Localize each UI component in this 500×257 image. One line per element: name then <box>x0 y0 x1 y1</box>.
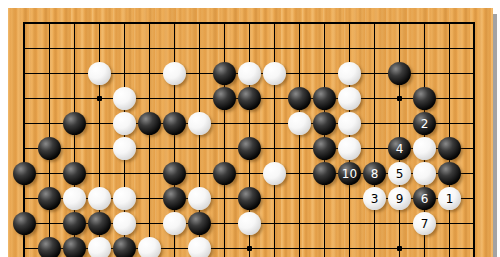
go-board-diagram: 24108539617 <box>0 0 500 257</box>
grid-vertical-line <box>224 22 225 257</box>
black-stone <box>163 112 186 135</box>
black-stone: 10 <box>338 162 361 185</box>
black-stone <box>238 137 261 160</box>
black-stone <box>213 62 236 85</box>
move-number-label: 2 <box>421 118 429 130</box>
white-stone <box>338 87 361 110</box>
black-stone: 4 <box>388 137 411 160</box>
black-stone <box>438 137 461 160</box>
move-number-label: 5 <box>396 168 404 180</box>
black-stone <box>113 237 136 257</box>
white-stone <box>288 112 311 135</box>
grid-horizontal-line <box>23 123 475 124</box>
black-stone <box>313 112 336 135</box>
black-stone <box>38 137 61 160</box>
white-stone <box>113 112 136 135</box>
white-stone <box>113 87 136 110</box>
white-stone <box>88 62 111 85</box>
move-number-label: 8 <box>371 168 379 180</box>
white-stone <box>238 212 261 235</box>
star-point <box>397 246 402 251</box>
star-point <box>247 246 252 251</box>
move-number-label: 3 <box>371 193 379 205</box>
grid-horizontal-line <box>23 22 475 24</box>
black-stone <box>63 212 86 235</box>
grid-vertical-line <box>274 22 275 257</box>
black-stone: 2 <box>413 112 436 135</box>
white-stone <box>188 237 211 257</box>
black-stone <box>213 162 236 185</box>
grid-vertical-line <box>374 22 375 257</box>
white-stone <box>238 62 261 85</box>
black-stone: 8 <box>363 162 386 185</box>
move-number-label: 10 <box>342 168 357 180</box>
white-stone <box>263 62 286 85</box>
move-number-label: 6 <box>421 193 429 205</box>
white-stone <box>413 162 436 185</box>
black-stone <box>188 212 211 235</box>
white-stone <box>63 187 86 210</box>
white-stone <box>138 237 161 257</box>
black-stone <box>38 237 61 257</box>
black-stone <box>438 162 461 185</box>
black-stone <box>313 87 336 110</box>
move-number-label: 9 <box>396 193 404 205</box>
white-stone <box>263 162 286 185</box>
move-number-label: 4 <box>396 143 404 155</box>
white-stone <box>338 137 361 160</box>
black-stone <box>238 187 261 210</box>
black-stone <box>238 87 261 110</box>
star-point <box>397 96 402 101</box>
white-stone: 9 <box>388 187 411 210</box>
white-stone: 5 <box>388 162 411 185</box>
black-stone <box>313 137 336 160</box>
black-stone <box>63 237 86 257</box>
white-stone: 3 <box>363 187 386 210</box>
star-point <box>97 96 102 101</box>
black-stone <box>38 187 61 210</box>
black-stone <box>163 162 186 185</box>
white-stone <box>163 62 186 85</box>
grid-vertical-line <box>149 22 150 257</box>
grid-horizontal-line <box>23 48 475 49</box>
black-stone <box>13 162 36 185</box>
black-stone <box>288 87 311 110</box>
white-stone: 7 <box>413 212 436 235</box>
white-stone <box>88 187 111 210</box>
black-stone <box>163 187 186 210</box>
white-stone: 1 <box>438 187 461 210</box>
move-number-label: 1 <box>446 193 454 205</box>
white-stone <box>338 62 361 85</box>
black-stone <box>388 62 411 85</box>
white-stone <box>113 212 136 235</box>
board-shadow <box>493 14 497 257</box>
white-stone <box>338 112 361 135</box>
black-stone <box>63 162 86 185</box>
black-stone <box>413 87 436 110</box>
black-stone: 6 <box>413 187 436 210</box>
white-stone <box>113 187 136 210</box>
black-stone <box>313 162 336 185</box>
white-stone <box>88 237 111 257</box>
black-stone <box>213 87 236 110</box>
white-stone <box>188 112 211 135</box>
grid-vertical-line <box>299 22 300 257</box>
white-stone <box>188 187 211 210</box>
grid-vertical-line <box>473 22 475 257</box>
white-stone <box>113 137 136 160</box>
black-stone <box>138 112 161 135</box>
white-stone <box>413 137 436 160</box>
black-stone <box>63 112 86 135</box>
white-stone <box>163 212 186 235</box>
black-stone <box>13 212 36 235</box>
move-number-label: 7 <box>421 218 429 230</box>
black-stone <box>88 212 111 235</box>
